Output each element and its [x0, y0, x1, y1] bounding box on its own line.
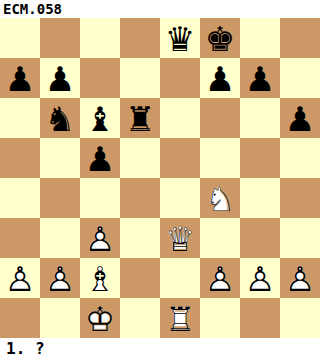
white-pawn-icon: ♟♙ [240, 258, 280, 298]
square-a6[interactable] [0, 98, 40, 138]
square-g3[interactable] [240, 218, 280, 258]
white-pawn-icon: ♟♙ [280, 258, 320, 298]
white-bishop-icon: ♝♗ [80, 258, 120, 298]
square-b7[interactable]: ♟ [40, 58, 80, 98]
white-king-icon: ♚♔ [80, 298, 120, 338]
square-h1[interactable] [280, 298, 320, 338]
square-g2[interactable]: ♟♙ [240, 258, 280, 298]
square-f5[interactable] [200, 138, 240, 178]
square-h6[interactable]: ♟ [280, 98, 320, 138]
chess-board: ♛♚♟♟♟♟♞♝♜♟♟♞♘♟♙♛♕♟♙♟♙♝♗♟♙♟♙♟♙♚♔♜♖ [0, 18, 320, 338]
square-a1[interactable] [0, 298, 40, 338]
square-d8[interactable] [120, 18, 160, 58]
square-a7[interactable]: ♟ [0, 58, 40, 98]
square-b3[interactable] [40, 218, 80, 258]
move-prompt: 1. ? [0, 338, 320, 360]
black-pawn-icon: ♟ [80, 138, 120, 178]
square-g1[interactable] [240, 298, 280, 338]
square-h8[interactable] [280, 18, 320, 58]
square-b4[interactable] [40, 178, 80, 218]
square-c1[interactable]: ♚♔ [80, 298, 120, 338]
square-c4[interactable] [80, 178, 120, 218]
black-bishop-icon: ♝ [80, 98, 120, 138]
square-d7[interactable] [120, 58, 160, 98]
square-c3[interactable]: ♟♙ [80, 218, 120, 258]
square-b6[interactable]: ♞ [40, 98, 80, 138]
white-queen-icon: ♛♕ [160, 218, 200, 258]
square-e7[interactable] [160, 58, 200, 98]
square-c6[interactable]: ♝ [80, 98, 120, 138]
square-h7[interactable] [280, 58, 320, 98]
black-king-icon: ♚ [200, 18, 240, 58]
square-e4[interactable] [160, 178, 200, 218]
square-f1[interactable] [200, 298, 240, 338]
square-a8[interactable] [0, 18, 40, 58]
square-g7[interactable]: ♟ [240, 58, 280, 98]
square-e1[interactable]: ♜♖ [160, 298, 200, 338]
square-g5[interactable] [240, 138, 280, 178]
square-d6[interactable]: ♜ [120, 98, 160, 138]
puzzle-title: ECM.058 [0, 0, 320, 18]
square-h3[interactable] [280, 218, 320, 258]
square-h5[interactable] [280, 138, 320, 178]
square-c2[interactable]: ♝♗ [80, 258, 120, 298]
black-pawn-icon: ♟ [0, 58, 40, 98]
square-f8[interactable]: ♚ [200, 18, 240, 58]
black-pawn-icon: ♟ [240, 58, 280, 98]
square-h2[interactable]: ♟♙ [280, 258, 320, 298]
square-b2[interactable]: ♟♙ [40, 258, 80, 298]
square-a2[interactable]: ♟♙ [0, 258, 40, 298]
square-g8[interactable] [240, 18, 280, 58]
square-e5[interactable] [160, 138, 200, 178]
square-c7[interactable] [80, 58, 120, 98]
square-b5[interactable] [40, 138, 80, 178]
black-knight-icon: ♞ [40, 98, 80, 138]
square-f7[interactable]: ♟ [200, 58, 240, 98]
black-queen-icon: ♛ [160, 18, 200, 58]
white-pawn-icon: ♟♙ [80, 218, 120, 258]
white-pawn-icon: ♟♙ [0, 258, 40, 298]
square-d3[interactable] [120, 218, 160, 258]
square-e6[interactable] [160, 98, 200, 138]
square-b1[interactable] [40, 298, 80, 338]
square-e8[interactable]: ♛ [160, 18, 200, 58]
square-g6[interactable] [240, 98, 280, 138]
square-c8[interactable] [80, 18, 120, 58]
square-c5[interactable]: ♟ [80, 138, 120, 178]
white-rook-icon: ♜♖ [160, 298, 200, 338]
black-rook-icon: ♜ [120, 98, 160, 138]
black-pawn-icon: ♟ [280, 98, 320, 138]
square-e3[interactable]: ♛♕ [160, 218, 200, 258]
square-a4[interactable] [0, 178, 40, 218]
square-f6[interactable] [200, 98, 240, 138]
white-pawn-icon: ♟♙ [200, 258, 240, 298]
square-d2[interactable] [120, 258, 160, 298]
black-pawn-icon: ♟ [40, 58, 80, 98]
square-d5[interactable] [120, 138, 160, 178]
white-knight-icon: ♞♘ [200, 178, 240, 218]
square-f2[interactable]: ♟♙ [200, 258, 240, 298]
black-pawn-icon: ♟ [200, 58, 240, 98]
square-a3[interactable] [0, 218, 40, 258]
square-a5[interactable] [0, 138, 40, 178]
square-d1[interactable] [120, 298, 160, 338]
square-h4[interactable] [280, 178, 320, 218]
square-g4[interactable] [240, 178, 280, 218]
square-d4[interactable] [120, 178, 160, 218]
square-f3[interactable] [200, 218, 240, 258]
square-e2[interactable] [160, 258, 200, 298]
square-b8[interactable] [40, 18, 80, 58]
square-f4[interactable]: ♞♘ [200, 178, 240, 218]
white-pawn-icon: ♟♙ [40, 258, 80, 298]
